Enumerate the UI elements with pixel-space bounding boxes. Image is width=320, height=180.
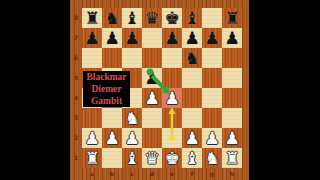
opening-name-line: Gambit xyxy=(83,95,130,107)
square-f4[interactable] xyxy=(182,88,202,108)
square-f3[interactable] xyxy=(182,108,202,128)
square-f1[interactable] xyxy=(182,148,202,168)
square-h7[interactable] xyxy=(222,28,242,48)
square-c3[interactable] xyxy=(122,108,142,128)
rank-label-6: 6 xyxy=(70,48,82,68)
letterbox-left xyxy=(0,0,70,180)
square-a3[interactable] xyxy=(82,108,102,128)
square-d6[interactable] xyxy=(142,48,162,68)
square-g6[interactable] xyxy=(202,48,222,68)
square-c7[interactable] xyxy=(122,28,142,48)
square-d1[interactable] xyxy=(142,148,162,168)
square-a2[interactable] xyxy=(82,128,102,148)
square-e8[interactable] xyxy=(162,8,182,28)
square-f5[interactable] xyxy=(182,68,202,88)
square-a7[interactable] xyxy=(82,28,102,48)
square-h6[interactable] xyxy=(222,48,242,68)
square-h4[interactable] xyxy=(222,88,242,108)
square-b7[interactable] xyxy=(102,28,122,48)
rank-label-5: 5 xyxy=(70,68,82,88)
letterbox-right xyxy=(249,0,320,180)
square-h5[interactable] xyxy=(222,68,242,88)
square-g7[interactable] xyxy=(202,28,222,48)
square-e4[interactable] xyxy=(162,88,182,108)
square-f8[interactable] xyxy=(182,8,202,28)
rank-label-8: 8 xyxy=(70,8,82,28)
square-e3[interactable] xyxy=(162,108,182,128)
square-h1[interactable] xyxy=(222,148,242,168)
file-label-e: e xyxy=(162,168,182,180)
rank-label-4: 4 xyxy=(70,88,82,108)
square-g4[interactable] xyxy=(202,88,222,108)
square-a8[interactable] xyxy=(82,8,102,28)
board-panel: ♜♞♝♛♚♝♜♟♟♟♟♟♟♟♞♟♟♟♞♟♟♟♟♟♟♜♝♛♚♝♞♜ 8765432… xyxy=(70,0,249,180)
rank-label-1: 1 xyxy=(70,148,82,168)
square-d8[interactable] xyxy=(142,8,162,28)
square-h2[interactable] xyxy=(222,128,242,148)
square-g3[interactable] xyxy=(202,108,222,128)
square-e1[interactable] xyxy=(162,148,182,168)
square-g1[interactable] xyxy=(202,148,222,168)
square-e5[interactable] xyxy=(162,68,182,88)
square-f7[interactable] xyxy=(182,28,202,48)
opening-name-label: Blackmar Diemer Gambit xyxy=(83,71,130,107)
file-label-h: h xyxy=(222,168,242,180)
square-d4[interactable] xyxy=(142,88,162,108)
square-a1[interactable] xyxy=(82,148,102,168)
file-label-f: f xyxy=(182,168,202,180)
square-b3[interactable] xyxy=(102,108,122,128)
square-d2[interactable] xyxy=(142,128,162,148)
file-label-b: b xyxy=(102,168,122,180)
file-label-g: g xyxy=(202,168,222,180)
square-b8[interactable] xyxy=(102,8,122,28)
square-c1[interactable] xyxy=(122,148,142,168)
rank-label-3: 3 xyxy=(70,108,82,128)
square-h3[interactable] xyxy=(222,108,242,128)
square-f6[interactable] xyxy=(182,48,202,68)
square-c8[interactable] xyxy=(122,8,142,28)
square-b6[interactable] xyxy=(102,48,122,68)
square-c2[interactable] xyxy=(122,128,142,148)
file-label-d: d xyxy=(142,168,162,180)
square-g8[interactable] xyxy=(202,8,222,28)
file-label-c: c xyxy=(122,168,142,180)
square-c6[interactable] xyxy=(122,48,142,68)
square-b2[interactable] xyxy=(102,128,122,148)
square-d7[interactable] xyxy=(142,28,162,48)
square-f2[interactable] xyxy=(182,128,202,148)
square-h8[interactable] xyxy=(222,8,242,28)
square-e2[interactable] xyxy=(162,128,182,148)
square-g2[interactable] xyxy=(202,128,222,148)
square-d5[interactable] xyxy=(142,68,162,88)
square-b1[interactable] xyxy=(102,148,122,168)
rank-label-2: 2 xyxy=(70,128,82,148)
opening-name-line: Diemer xyxy=(83,83,130,95)
file-label-a: a xyxy=(82,168,102,180)
square-e6[interactable] xyxy=(162,48,182,68)
square-g5[interactable] xyxy=(202,68,222,88)
rank-label-7: 7 xyxy=(70,28,82,48)
square-d3[interactable] xyxy=(142,108,162,128)
square-e7[interactable] xyxy=(162,28,182,48)
opening-name-line: Blackmar xyxy=(83,71,130,83)
square-a6[interactable] xyxy=(82,48,102,68)
